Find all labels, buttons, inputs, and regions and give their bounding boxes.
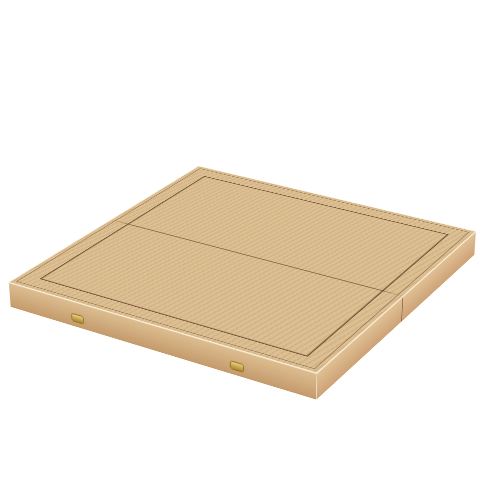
fold-seam-side (401, 297, 403, 322)
scene (0, 0, 500, 500)
chess-board (9, 166, 476, 373)
perspective-container (0, 0, 500, 500)
brass-clasp (72, 314, 83, 324)
brass-clasp (230, 361, 242, 371)
board-top-surface (9, 166, 476, 373)
